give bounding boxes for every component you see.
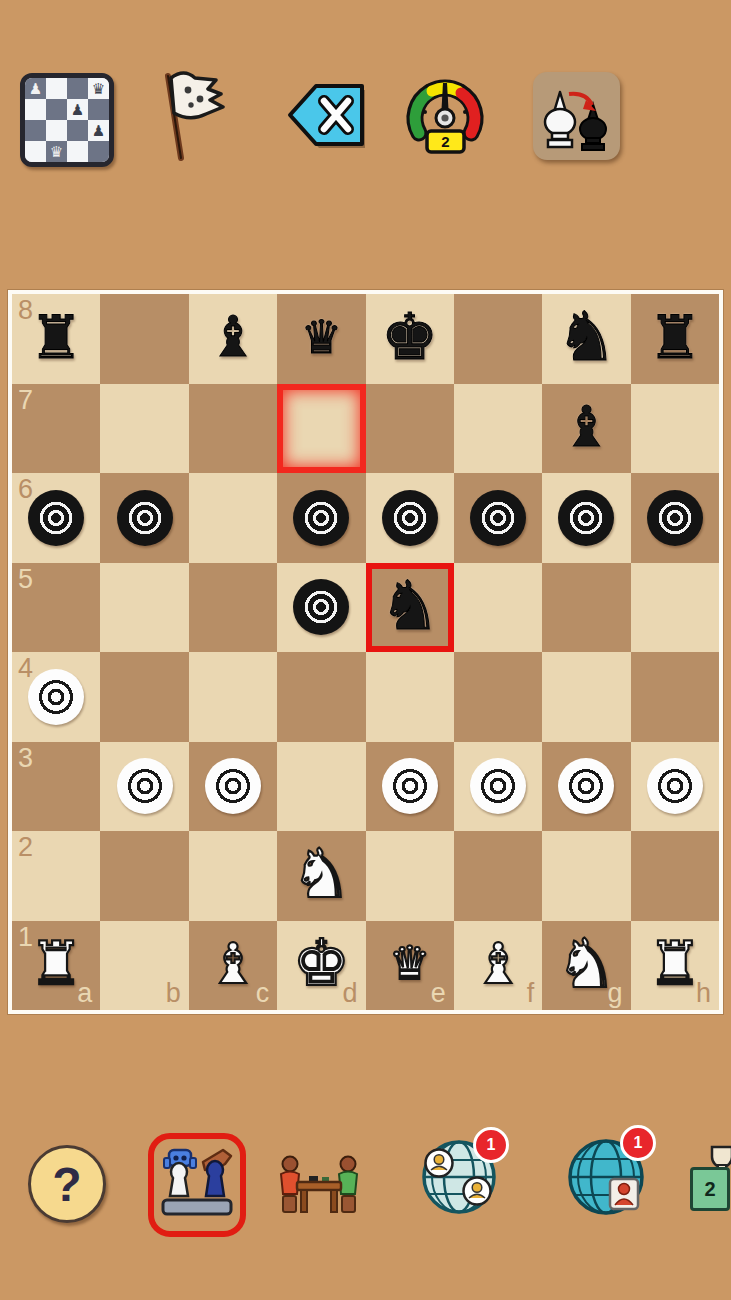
undo-icon[interactable] <box>286 82 370 154</box>
square-f8[interactable] <box>454 294 542 384</box>
square-a1[interactable]: 1a♜ <box>12 921 100 1011</box>
online-rooms-badge: 1 <box>620 1125 656 1161</box>
setup-icon-cell: ♟ <box>67 99 88 120</box>
square-e7[interactable] <box>366 384 454 474</box>
piece-white-rook[interactable]: ♜ <box>29 928 83 998</box>
rank-label-7: 7 <box>18 387 33 414</box>
piece-black-bishop[interactable]: ♝ <box>561 394 611 459</box>
square-a8[interactable]: 8♜ <box>12 294 100 384</box>
piece-white-pawn[interactable] <box>647 758 703 814</box>
setup-icon-cell: ♛ <box>46 141 67 162</box>
piece-black-bishop[interactable]: ♝ <box>208 304 258 369</box>
piece-white-pawn[interactable] <box>470 758 526 814</box>
setup-icon-cell <box>46 99 67 120</box>
square-h8[interactable]: ♜ <box>631 294 719 384</box>
square-a6[interactable]: 6 <box>12 473 100 563</box>
square-c3[interactable] <box>189 742 277 832</box>
square-b2[interactable] <box>100 831 188 921</box>
square-e4[interactable] <box>366 652 454 742</box>
square-e2[interactable] <box>366 831 454 921</box>
square-g3[interactable] <box>542 742 630 832</box>
square-g2[interactable] <box>542 831 630 921</box>
square-d7[interactable] <box>277 384 365 474</box>
piece-black-pawn[interactable] <box>647 490 703 546</box>
online-rooms-button[interactable]: 1 <box>560 1123 656 1221</box>
square-f1[interactable]: f♝ <box>454 921 542 1011</box>
square-g5[interactable] <box>542 563 630 653</box>
switch-sides-pieces-icon <box>533 72 620 160</box>
piece-white-pawn[interactable] <box>382 758 438 814</box>
square-g8[interactable]: ♞ <box>542 294 630 384</box>
piece-black-pawn[interactable] <box>558 490 614 546</box>
square-a7[interactable]: 7 <box>12 384 100 474</box>
square-e1[interactable]: e♛ <box>366 921 454 1011</box>
rank-label-3: 3 <box>18 745 33 772</box>
help-question-mark: ? <box>52 1157 81 1212</box>
piece-black-pawn[interactable] <box>293 579 349 635</box>
square-b7[interactable] <box>100 384 188 474</box>
board: 8♜♝♛♚♞♜7♝65♞432♞1a♜bc♝d♚e♛f♝g♞h♜ <box>8 290 723 1014</box>
setup-icon-cell <box>25 120 46 141</box>
square-f7[interactable] <box>454 384 542 474</box>
file-label-f: f <box>527 980 535 1007</box>
piece-black-pawn[interactable] <box>28 490 84 546</box>
piece-black-knight[interactable]: ♞ <box>556 297 617 376</box>
piece-black-rook[interactable]: ♜ <box>648 302 702 372</box>
square-b8[interactable] <box>100 294 188 384</box>
square-d5[interactable] <box>277 563 365 653</box>
square-a4[interactable]: 4 <box>12 652 100 742</box>
square-c4[interactable] <box>189 652 277 742</box>
setup-icon-cell <box>25 99 46 120</box>
board-setup-button[interactable]: ♟♛♟♟♛ <box>20 73 114 167</box>
rank-label-4: 4 <box>18 655 33 682</box>
square-d8[interactable]: ♛ <box>277 294 365 384</box>
setup-icon-cell <box>46 120 67 141</box>
square-h2[interactable] <box>631 831 719 921</box>
piece-white-king[interactable]: ♚ <box>293 926 350 1000</box>
piece-white-knight[interactable]: ♞ <box>556 924 617 1003</box>
piece-white-knight[interactable]: ♞ <box>291 834 352 913</box>
square-c7[interactable] <box>189 384 277 474</box>
piece-white-rook[interactable]: ♜ <box>648 928 702 998</box>
square-g7[interactable]: ♝ <box>542 384 630 474</box>
square-b4[interactable] <box>100 652 188 742</box>
piece-white-bishop[interactable]: ♝ <box>473 931 523 996</box>
rank-label-2: 2 <box>18 834 33 861</box>
square-e8[interactable]: ♚ <box>366 294 454 384</box>
file-label-b: b <box>166 980 181 1007</box>
square-a3[interactable]: 3 <box>12 742 100 832</box>
square-h4[interactable] <box>631 652 719 742</box>
setup-icon-cell <box>67 120 88 141</box>
square-g6[interactable] <box>542 473 630 563</box>
square-d1[interactable]: d♚ <box>277 921 365 1011</box>
square-f2[interactable] <box>454 831 542 921</box>
piece-white-pawn[interactable] <box>205 758 261 814</box>
square-c5[interactable] <box>189 563 277 653</box>
square-d2[interactable]: ♞ <box>277 831 365 921</box>
online-friends-badge: 1 <box>473 1127 509 1163</box>
square-d4[interactable] <box>277 652 365 742</box>
square-b6[interactable] <box>100 473 188 563</box>
square-h6[interactable] <box>631 473 719 563</box>
square-c6[interactable] <box>189 473 277 563</box>
square-c2[interactable] <box>189 831 277 921</box>
square-c8[interactable]: ♝ <box>189 294 277 384</box>
leaderboard-button[interactable]: 2 <box>688 1143 731 1223</box>
square-e3[interactable] <box>366 742 454 832</box>
podium-rank-2: 2 <box>690 1167 730 1211</box>
piece-black-pawn[interactable] <box>117 490 173 546</box>
piece-black-pawn[interactable] <box>293 490 349 546</box>
square-e6[interactable] <box>366 473 454 563</box>
square-c1[interactable]: c♝ <box>189 921 277 1011</box>
square-f4[interactable] <box>454 652 542 742</box>
piece-white-pawn[interactable] <box>117 758 173 814</box>
setup-icon-cell <box>67 141 88 162</box>
square-f3[interactable] <box>454 742 542 832</box>
help-button[interactable]: ? <box>28 1145 106 1223</box>
square-d6[interactable] <box>277 473 365 563</box>
setup-icon-cell <box>88 141 109 162</box>
square-h3[interactable] <box>631 742 719 832</box>
piece-white-bishop[interactable]: ♝ <box>208 931 258 996</box>
square-b3[interactable] <box>100 742 188 832</box>
square-e5[interactable]: ♞ <box>366 563 454 653</box>
piece-black-pawn[interactable] <box>470 490 526 546</box>
online-friends-button[interactable]: 1 <box>413 1125 509 1221</box>
square-g1[interactable]: g♞ <box>542 921 630 1011</box>
resign-flag-icon[interactable] <box>150 68 240 166</box>
switch-sides-button[interactable] <box>533 72 620 160</box>
file-label-e: e <box>431 980 446 1007</box>
setup-icon-cell: ♛ <box>88 78 109 99</box>
piece-white-queen[interactable]: ♛ <box>389 936 430 990</box>
piece-white-pawn[interactable] <box>28 669 84 725</box>
square-h7[interactable] <box>631 384 719 474</box>
gauge-graphic <box>401 72 491 168</box>
setup-icon-cell <box>46 78 67 99</box>
piece-black-king[interactable]: ♚ <box>381 300 438 374</box>
piece-black-pawn[interactable] <box>382 490 438 546</box>
square-d3[interactable] <box>277 742 365 832</box>
setup-icon-cell: ♟ <box>25 78 46 99</box>
piece-white-pawn[interactable] <box>558 758 614 814</box>
local-two-player-icon[interactable] <box>273 1146 365 1218</box>
square-f6[interactable] <box>454 473 542 563</box>
setup-icon-cell <box>25 141 46 162</box>
difficulty-level-value: 2 <box>429 133 462 150</box>
square-h1[interactable]: h♜ <box>631 921 719 1011</box>
square-a5[interactable]: 5 <box>12 563 100 653</box>
square-g4[interactable] <box>542 652 630 742</box>
square-b1[interactable]: b <box>100 921 188 1011</box>
square-f5[interactable] <box>454 563 542 653</box>
setup-icon-cell <box>88 99 109 120</box>
rank-label-6: 6 <box>18 476 33 503</box>
square-a2[interactable]: 2 <box>12 831 100 921</box>
play-vs-computer-button-selected[interactable] <box>148 1133 246 1237</box>
setup-icon-cell: ♟ <box>88 120 109 141</box>
app-screen: { "game": "makruk", "position": { "fen":… <box>0 0 731 1300</box>
piece-black-rook[interactable]: ♜ <box>29 302 83 372</box>
robot-vs-hand-icon <box>159 1144 235 1226</box>
square-h5[interactable] <box>631 563 719 653</box>
square-b5[interactable] <box>100 563 188 653</box>
rank-label-5: 5 <box>18 566 33 593</box>
piece-black-queen[interactable]: ♛ <box>301 310 342 364</box>
piece-black-knight[interactable]: ♞ <box>379 566 440 645</box>
difficulty-gauge-icon[interactable]: 2 <box>401 72 491 168</box>
setup-icon-cell <box>67 78 88 99</box>
